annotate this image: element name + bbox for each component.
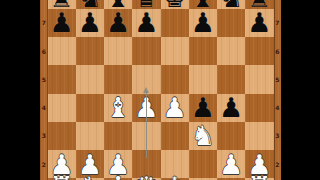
square-e4[interactable]: ♟	[161, 94, 189, 122]
square-c6[interactable]	[104, 37, 132, 65]
square-e1[interactable]: ♚	[161, 178, 189, 180]
square-a1[interactable]: ♜	[48, 178, 76, 180]
white-rook[interactable]: ♜	[245, 172, 273, 180]
black-king[interactable]: ♚	[161, 0, 189, 12]
square-c4[interactable]: ♝	[104, 94, 132, 122]
square-h7[interactable]: ♟	[245, 9, 273, 37]
black-pawn[interactable]: ♟	[76, 9, 104, 37]
black-pawn[interactable]: ♟	[104, 9, 132, 37]
black-pawn[interactable]: ♟	[189, 9, 217, 37]
square-h1[interactable]: ♜	[245, 178, 273, 180]
square-g2[interactable]: ♟	[217, 150, 245, 178]
square-h5[interactable]	[245, 65, 273, 93]
rank-label-right-2: 2	[274, 161, 282, 168]
square-e6[interactable]	[161, 37, 189, 65]
square-e5[interactable]	[161, 65, 189, 93]
square-f5[interactable]	[189, 65, 217, 93]
move-arrow-line	[146, 92, 148, 158]
square-c1[interactable]: ♝	[104, 178, 132, 180]
black-pawn[interactable]: ♟	[132, 9, 160, 37]
square-c5[interactable]	[104, 65, 132, 93]
square-a5[interactable]	[48, 65, 76, 93]
rank-label-right-4: 4	[274, 104, 282, 111]
square-c3[interactable]	[104, 122, 132, 150]
square-d7[interactable]: ♟	[132, 9, 160, 37]
square-h4[interactable]	[245, 94, 273, 122]
square-d6[interactable]	[132, 37, 160, 65]
black-pawn[interactable]: ♟	[217, 94, 245, 122]
square-f7[interactable]: ♟	[189, 9, 217, 37]
square-e3[interactable]	[161, 122, 189, 150]
square-h6[interactable]	[245, 37, 273, 65]
black-pawn[interactable]: ♟	[245, 9, 273, 37]
square-f3[interactable]: ♞	[189, 122, 217, 150]
square-f6[interactable]	[189, 37, 217, 65]
black-knight[interactable]: ♞	[217, 0, 245, 12]
square-e8[interactable]: ♚	[161, 0, 189, 9]
chess-board: ♜♞♝♛♚♝♞♜♟♟♟♟♟♟♝♟♟♟♟♞♟♟♟♟♟♜♞♝♛♚♜	[48, 0, 274, 180]
move-arrow-head-icon	[143, 87, 149, 93]
rank-label-right-6: 6	[274, 48, 282, 55]
square-g4[interactable]: ♟	[217, 94, 245, 122]
square-f1[interactable]	[189, 178, 217, 180]
rank-label-left-4: 4	[40, 104, 48, 111]
square-g3[interactable]	[217, 122, 245, 150]
white-bishop[interactable]: ♝	[104, 172, 132, 180]
square-d1[interactable]: ♛	[132, 178, 160, 180]
square-a7[interactable]: ♟	[48, 9, 76, 37]
white-knight[interactable]: ♞	[76, 172, 104, 180]
rank-label-left-3: 3	[40, 132, 48, 139]
black-pawn[interactable]: ♟	[48, 9, 76, 37]
black-pawn[interactable]: ♟	[189, 94, 217, 122]
rank-label-left-6: 6	[40, 48, 48, 55]
rank-label-left-2: 2	[40, 161, 48, 168]
white-bishop[interactable]: ♝	[104, 94, 132, 122]
square-a6[interactable]	[48, 37, 76, 65]
rank-label-left-5: 5	[40, 76, 48, 83]
square-g6[interactable]	[217, 37, 245, 65]
white-pawn[interactable]: ♟	[217, 150, 245, 178]
rank-label-right-5: 5	[274, 76, 282, 83]
square-c7[interactable]: ♟	[104, 9, 132, 37]
square-a4[interactable]	[48, 94, 76, 122]
square-f4[interactable]: ♟	[189, 94, 217, 122]
square-b1[interactable]: ♞	[76, 178, 104, 180]
rank-label-right-3: 3	[274, 132, 282, 139]
square-b6[interactable]	[76, 37, 104, 65]
rank-label-right-7: 7	[274, 19, 282, 26]
rank-label-left-7: 7	[40, 19, 48, 26]
square-f2[interactable]	[189, 150, 217, 178]
square-a3[interactable]	[48, 122, 76, 150]
square-b7[interactable]: ♟	[76, 9, 104, 37]
white-pawn[interactable]: ♟	[161, 94, 189, 122]
square-b3[interactable]	[76, 122, 104, 150]
square-g5[interactable]	[217, 65, 245, 93]
white-king[interactable]: ♚	[161, 172, 189, 180]
square-h3[interactable]	[245, 122, 273, 150]
white-knight[interactable]: ♞	[189, 122, 217, 150]
square-g8[interactable]: ♞	[217, 0, 245, 9]
white-rook[interactable]: ♜	[48, 172, 76, 180]
white-queen[interactable]: ♛	[132, 172, 160, 180]
square-b4[interactable]	[76, 94, 104, 122]
board-frame: ♜♞♝♛♚♝♞♜♟♟♟♟♟♟♝♟♟♟♟♞♟♟♟♟♟♜♞♝♛♚♜ 88776655…	[40, 0, 281, 180]
video-frame: { "game": "chess", "description": "Cropp…	[0, 0, 320, 180]
square-b5[interactable]	[76, 65, 104, 93]
